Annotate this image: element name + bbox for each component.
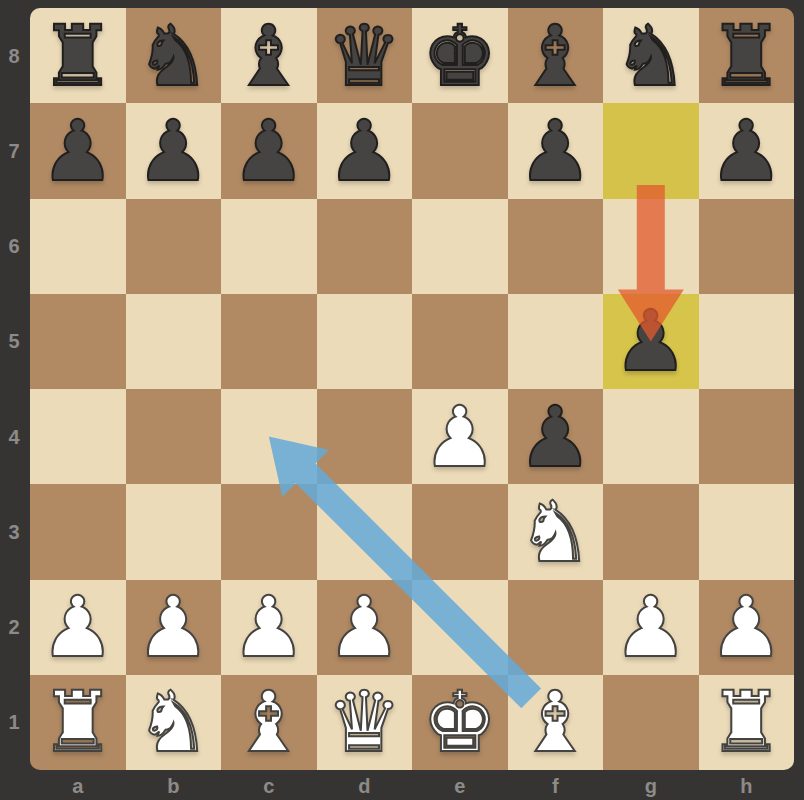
black-pawn-c7: ♟	[231, 109, 306, 193]
square-b1[interactable]: ♞	[126, 675, 222, 770]
square-a8[interactable]: ♜	[30, 8, 126, 103]
white-pawn-d2: ♟	[327, 585, 402, 669]
square-c3[interactable]	[221, 484, 317, 579]
file-label-d: d	[358, 772, 370, 800]
white-pawn-b2: ♟	[136, 585, 211, 669]
square-h6[interactable]	[699, 199, 795, 294]
black-pawn-b7: ♟	[136, 109, 211, 193]
file-label-b: b	[167, 772, 179, 800]
square-g2[interactable]: ♟	[603, 580, 699, 675]
black-queen-d8: ♛	[327, 14, 402, 98]
square-c5[interactable]	[221, 294, 317, 389]
black-knight-b8: ♞	[136, 14, 211, 98]
square-d2[interactable]: ♟	[317, 580, 413, 675]
square-f7[interactable]: ♟	[508, 103, 604, 198]
square-b3[interactable]	[126, 484, 222, 579]
white-bishop-f1: ♝	[518, 680, 593, 764]
white-bishop-c1: ♝	[231, 680, 306, 764]
rank-label-1: 1	[0, 711, 28, 734]
square-d4[interactable]	[317, 389, 413, 484]
rank-label-4: 4	[0, 425, 28, 448]
file-label-g: g	[645, 772, 657, 800]
white-queen-d1: ♛	[327, 680, 402, 764]
square-f1[interactable]: ♝	[508, 675, 604, 770]
square-a6[interactable]	[30, 199, 126, 294]
file-label-a: a	[72, 772, 83, 800]
square-b8[interactable]: ♞	[126, 8, 222, 103]
square-a5[interactable]	[30, 294, 126, 389]
white-pawn-g2: ♟	[613, 585, 688, 669]
file-label-c: c	[263, 772, 274, 800]
black-pawn-g5: ♟	[613, 299, 688, 383]
square-e3[interactable]	[412, 484, 508, 579]
square-d3[interactable]	[317, 484, 413, 579]
square-c8[interactable]: ♝	[221, 8, 317, 103]
black-pawn-a7: ♟	[40, 109, 115, 193]
black-pawn-d7: ♟	[327, 109, 402, 193]
black-king-e8: ♚	[422, 14, 497, 98]
square-d1[interactable]: ♛	[317, 675, 413, 770]
square-a4[interactable]	[30, 389, 126, 484]
square-a2[interactable]: ♟	[30, 580, 126, 675]
white-rook-h1: ♜	[709, 680, 784, 764]
chess-board: ♜♞♝♛♚♝♞♜♟♟♟♟♟♟♟♟♟♞♟♟♟♟♟♟♜♞♝♛♚♝♜	[30, 8, 794, 770]
file-label-f: f	[552, 772, 559, 800]
black-knight-g8: ♞	[613, 14, 688, 98]
square-b6[interactable]	[126, 199, 222, 294]
white-pawn-e4: ♟	[422, 395, 497, 479]
black-pawn-f7: ♟	[518, 109, 593, 193]
square-c1[interactable]: ♝	[221, 675, 317, 770]
square-b4[interactable]	[126, 389, 222, 484]
rank-label-5: 5	[0, 330, 28, 353]
square-d5[interactable]	[317, 294, 413, 389]
square-b2[interactable]: ♟	[126, 580, 222, 675]
square-g1[interactable]	[603, 675, 699, 770]
square-f5[interactable]	[508, 294, 604, 389]
square-h2[interactable]: ♟	[699, 580, 795, 675]
square-g7[interactable]	[603, 103, 699, 198]
square-a7[interactable]: ♟	[30, 103, 126, 198]
black-pawn-f4: ♟	[518, 395, 593, 479]
square-g4[interactable]	[603, 389, 699, 484]
square-d6[interactable]	[317, 199, 413, 294]
square-g8[interactable]: ♞	[603, 8, 699, 103]
black-bishop-c8: ♝	[231, 14, 306, 98]
white-pawn-a2: ♟	[40, 585, 115, 669]
square-a1[interactable]: ♜	[30, 675, 126, 770]
file-label-h: h	[740, 772, 752, 800]
square-h5[interactable]	[699, 294, 795, 389]
square-d7[interactable]: ♟	[317, 103, 413, 198]
square-c2[interactable]: ♟	[221, 580, 317, 675]
file-label-e: e	[454, 772, 465, 800]
square-a3[interactable]	[30, 484, 126, 579]
white-rook-a1: ♜	[40, 680, 115, 764]
square-e6[interactable]	[412, 199, 508, 294]
square-c7[interactable]: ♟	[221, 103, 317, 198]
square-b5[interactable]	[126, 294, 222, 389]
white-knight-b1: ♞	[136, 680, 211, 764]
square-c6[interactable]	[221, 199, 317, 294]
rank-label-2: 2	[0, 616, 28, 639]
square-f4[interactable]: ♟	[508, 389, 604, 484]
square-e4[interactable]: ♟	[412, 389, 508, 484]
black-rook-a8: ♜	[40, 14, 115, 98]
square-b7[interactable]: ♟	[126, 103, 222, 198]
rank-label-8: 8	[0, 44, 28, 67]
black-pawn-h7: ♟	[709, 109, 784, 193]
square-h8[interactable]: ♜	[699, 8, 795, 103]
rank-label-3: 3	[0, 520, 28, 543]
white-knight-f3: ♞	[518, 490, 593, 574]
square-e7[interactable]	[412, 103, 508, 198]
black-bishop-f8: ♝	[518, 14, 593, 98]
square-c4[interactable]	[221, 389, 317, 484]
white-pawn-c2: ♟	[231, 585, 306, 669]
square-e8[interactable]: ♚	[412, 8, 508, 103]
square-e2[interactable]	[412, 580, 508, 675]
square-f8[interactable]: ♝	[508, 8, 604, 103]
rank-label-6: 6	[0, 235, 28, 258]
square-e5[interactable]	[412, 294, 508, 389]
board-frame: ♜♞♝♛♚♝♞♜♟♟♟♟♟♟♟♟♟♞♟♟♟♟♟♟♜♞♝♛♚♝♜ 87654321…	[0, 0, 804, 800]
white-pawn-h2: ♟	[709, 585, 784, 669]
square-f3[interactable]: ♞	[508, 484, 604, 579]
square-f6[interactable]	[508, 199, 604, 294]
square-g5[interactable]: ♟	[603, 294, 699, 389]
square-h4[interactable]	[699, 389, 795, 484]
white-king-e1: ♚	[422, 680, 497, 764]
rank-label-7: 7	[0, 139, 28, 162]
square-g3[interactable]	[603, 484, 699, 579]
square-f2[interactable]	[508, 580, 604, 675]
square-d8[interactable]: ♛	[317, 8, 413, 103]
square-g6[interactable]	[603, 199, 699, 294]
square-h1[interactable]: ♜	[699, 675, 795, 770]
black-rook-h8: ♜	[709, 14, 784, 98]
square-h7[interactable]: ♟	[699, 103, 795, 198]
square-h3[interactable]	[699, 484, 795, 579]
square-e1[interactable]: ♚	[412, 675, 508, 770]
